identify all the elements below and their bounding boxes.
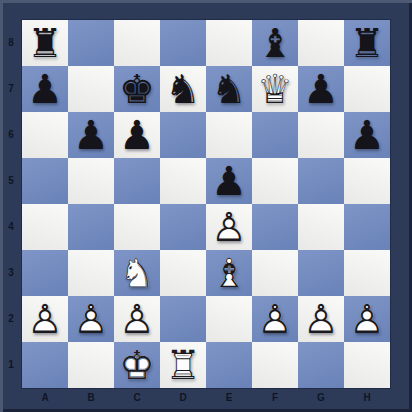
square-b6[interactable]: ♟ — [68, 112, 114, 158]
square-c1[interactable]: ♚♔ — [114, 342, 160, 388]
square-a8[interactable]: ♜ — [22, 20, 68, 66]
file-label-f: F — [252, 388, 298, 412]
square-g4[interactable] — [298, 204, 344, 250]
piece-white-pawn: ♟♙ — [22, 296, 68, 342]
square-b1[interactable] — [68, 342, 114, 388]
piece-black-rook: ♜ — [344, 20, 390, 66]
square-g2[interactable]: ♟♙ — [298, 296, 344, 342]
chess-board: ♜♝♜♟♚♞♞♛♕♟♟♟♟♟♟♙♞♘♝♗♟♙♟♙♟♙♟♙♟♙♟♙♚♔♜♖ — [22, 20, 390, 388]
square-c5[interactable] — [114, 158, 160, 204]
file-label-e: E — [206, 388, 252, 412]
square-g5[interactable] — [298, 158, 344, 204]
square-f4[interactable] — [252, 204, 298, 250]
square-b3[interactable] — [68, 250, 114, 296]
rank-label-8: 8 — [0, 20, 22, 66]
square-h5[interactable] — [344, 158, 390, 204]
square-d3[interactable] — [160, 250, 206, 296]
square-f2[interactable]: ♟♙ — [252, 296, 298, 342]
piece-white-queen: ♛♕ — [252, 66, 298, 112]
rank-label-1: 1 — [0, 342, 22, 388]
square-e4[interactable]: ♟♙ — [206, 204, 252, 250]
square-g8[interactable] — [298, 20, 344, 66]
square-h1[interactable] — [344, 342, 390, 388]
square-c3[interactable]: ♞♘ — [114, 250, 160, 296]
square-g3[interactable] — [298, 250, 344, 296]
rank-label-7: 7 — [0, 66, 22, 112]
piece-white-bishop: ♝♗ — [206, 250, 252, 296]
square-d1[interactable]: ♜♖ — [160, 342, 206, 388]
piece-white-knight: ♞♘ — [114, 250, 160, 296]
piece-white-pawn: ♟♙ — [206, 204, 252, 250]
square-a7[interactable]: ♟ — [22, 66, 68, 112]
piece-black-pawn: ♟ — [22, 66, 68, 112]
file-label-a: A — [22, 388, 68, 412]
square-h2[interactable]: ♟♙ — [344, 296, 390, 342]
square-d7[interactable]: ♞ — [160, 66, 206, 112]
square-d5[interactable] — [160, 158, 206, 204]
piece-white-rook: ♜♖ — [160, 342, 206, 388]
square-f1[interactable] — [252, 342, 298, 388]
square-g1[interactable] — [298, 342, 344, 388]
file-labels: ABCDEFGH — [22, 388, 390, 412]
square-c4[interactable] — [114, 204, 160, 250]
square-a5[interactable] — [22, 158, 68, 204]
rank-label-6: 6 — [0, 112, 22, 158]
square-c7[interactable]: ♚ — [114, 66, 160, 112]
file-label-d: D — [160, 388, 206, 412]
square-d2[interactable] — [160, 296, 206, 342]
piece-black-rook: ♜ — [22, 20, 68, 66]
piece-black-king: ♚ — [114, 66, 160, 112]
square-e5[interactable]: ♟ — [206, 158, 252, 204]
square-h6[interactable]: ♟ — [344, 112, 390, 158]
square-g6[interactable] — [298, 112, 344, 158]
piece-white-pawn: ♟♙ — [344, 296, 390, 342]
file-label-c: C — [114, 388, 160, 412]
square-b8[interactable] — [68, 20, 114, 66]
square-g7[interactable]: ♟ — [298, 66, 344, 112]
square-d4[interactable] — [160, 204, 206, 250]
square-e2[interactable] — [206, 296, 252, 342]
square-e1[interactable] — [206, 342, 252, 388]
square-e8[interactable] — [206, 20, 252, 66]
square-a6[interactable] — [22, 112, 68, 158]
square-b7[interactable] — [68, 66, 114, 112]
piece-white-king: ♚♔ — [114, 342, 160, 388]
piece-black-knight: ♞ — [160, 66, 206, 112]
square-d6[interactable] — [160, 112, 206, 158]
square-e3[interactable]: ♝♗ — [206, 250, 252, 296]
square-f8[interactable]: ♝ — [252, 20, 298, 66]
piece-black-pawn: ♟ — [68, 112, 114, 158]
piece-black-pawn: ♟ — [344, 112, 390, 158]
square-a1[interactable] — [22, 342, 68, 388]
square-h7[interactable] — [344, 66, 390, 112]
square-c6[interactable]: ♟ — [114, 112, 160, 158]
rank-labels: 87654321 — [0, 20, 22, 388]
piece-white-pawn: ♟♙ — [298, 296, 344, 342]
piece-white-pawn: ♟♙ — [68, 296, 114, 342]
file-label-g: G — [298, 388, 344, 412]
rank-label-3: 3 — [0, 250, 22, 296]
rank-label-5: 5 — [0, 158, 22, 204]
square-d8[interactable] — [160, 20, 206, 66]
piece-black-knight: ♞ — [206, 66, 252, 112]
square-c2[interactable]: ♟♙ — [114, 296, 160, 342]
rank-label-4: 4 — [0, 204, 22, 250]
chess-board-frame: 87654321 ♜♝♜♟♚♞♞♛♕♟♟♟♟♟♟♙♞♘♝♗♟♙♟♙♟♙♟♙♟♙♟… — [0, 0, 412, 412]
square-h3[interactable] — [344, 250, 390, 296]
square-f6[interactable] — [252, 112, 298, 158]
square-e6[interactable] — [206, 112, 252, 158]
piece-white-pawn: ♟♙ — [252, 296, 298, 342]
square-b5[interactable] — [68, 158, 114, 204]
square-f3[interactable] — [252, 250, 298, 296]
square-f5[interactable] — [252, 158, 298, 204]
rank-label-2: 2 — [0, 296, 22, 342]
file-label-b: B — [68, 388, 114, 412]
square-b4[interactable] — [68, 204, 114, 250]
square-a3[interactable] — [22, 250, 68, 296]
piece-black-pawn: ♟ — [206, 158, 252, 204]
piece-black-bishop: ♝ — [252, 20, 298, 66]
square-h4[interactable] — [344, 204, 390, 250]
square-h8[interactable]: ♜ — [344, 20, 390, 66]
file-label-h: H — [344, 388, 390, 412]
square-c8[interactable] — [114, 20, 160, 66]
piece-black-pawn: ♟ — [114, 112, 160, 158]
square-f7[interactable]: ♛♕ — [252, 66, 298, 112]
square-a2[interactable]: ♟♙ — [22, 296, 68, 342]
square-e7[interactable]: ♞ — [206, 66, 252, 112]
piece-white-pawn: ♟♙ — [114, 296, 160, 342]
square-b2[interactable]: ♟♙ — [68, 296, 114, 342]
square-a4[interactable] — [22, 204, 68, 250]
piece-black-pawn: ♟ — [298, 66, 344, 112]
